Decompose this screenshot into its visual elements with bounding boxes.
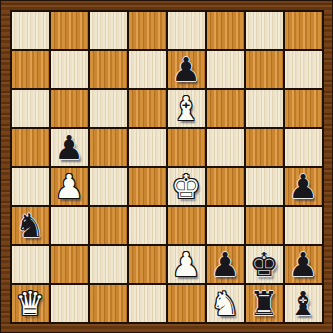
black-bishop-h1[interactable]: ♝ [288, 285, 318, 322]
square-f2[interactable]: ♟ [207, 246, 244, 283]
square-b8[interactable] [51, 12, 88, 49]
square-a2[interactable] [12, 246, 49, 283]
square-f1[interactable]: ♞ [207, 285, 244, 322]
black-pawn-f2[interactable]: ♟ [210, 246, 240, 283]
square-g5[interactable] [246, 129, 283, 166]
square-d5[interactable] [129, 129, 166, 166]
square-c1[interactable] [90, 285, 127, 322]
black-pawn-h4[interactable]: ♟ [288, 168, 318, 205]
square-g7[interactable] [246, 51, 283, 88]
square-g3[interactable] [246, 207, 283, 244]
black-king-g2[interactable]: ♚ [249, 246, 279, 283]
square-c4[interactable] [90, 168, 127, 205]
white-queen-a1[interactable]: ♛ [15, 285, 45, 322]
square-g4[interactable] [246, 168, 283, 205]
square-b5[interactable]: ♟ [51, 129, 88, 166]
square-a8[interactable] [12, 12, 49, 49]
square-e3[interactable] [168, 207, 205, 244]
square-b1[interactable] [51, 285, 88, 322]
square-h6[interactable] [285, 90, 322, 127]
square-a7[interactable] [12, 51, 49, 88]
square-c8[interactable] [90, 12, 127, 49]
square-b7[interactable] [51, 51, 88, 88]
square-a5[interactable] [12, 129, 49, 166]
square-b4[interactable]: ♟ [51, 168, 88, 205]
square-g2[interactable]: ♚ [246, 246, 283, 283]
square-c3[interactable] [90, 207, 127, 244]
square-d1[interactable] [129, 285, 166, 322]
square-d8[interactable] [129, 12, 166, 49]
square-g6[interactable] [246, 90, 283, 127]
square-e7[interactable]: ♟ [168, 51, 205, 88]
square-f6[interactable] [207, 90, 244, 127]
square-b3[interactable] [51, 207, 88, 244]
square-c2[interactable] [90, 246, 127, 283]
chess-board-frame: ♟♝♟♟♚♟♞♟♟♚♟♛♞♜♝ [0, 0, 333, 333]
square-h3[interactable] [285, 207, 322, 244]
white-king-e4[interactable]: ♚ [171, 168, 201, 205]
square-h4[interactable]: ♟ [285, 168, 322, 205]
black-pawn-h2[interactable]: ♟ [288, 246, 318, 283]
square-f4[interactable] [207, 168, 244, 205]
square-b6[interactable] [51, 90, 88, 127]
square-g1[interactable]: ♜ [246, 285, 283, 322]
square-e8[interactable] [168, 12, 205, 49]
square-d3[interactable] [129, 207, 166, 244]
square-d2[interactable] [129, 246, 166, 283]
black-pawn-e7[interactable]: ♟ [171, 51, 201, 88]
square-f7[interactable] [207, 51, 244, 88]
square-h5[interactable] [285, 129, 322, 166]
square-e6[interactable]: ♝ [168, 90, 205, 127]
square-h7[interactable] [285, 51, 322, 88]
white-pawn-e2[interactable]: ♟ [171, 246, 201, 283]
square-a1[interactable]: ♛ [12, 285, 49, 322]
square-c7[interactable] [90, 51, 127, 88]
square-c6[interactable] [90, 90, 127, 127]
square-g8[interactable] [246, 12, 283, 49]
square-b2[interactable] [51, 246, 88, 283]
square-h8[interactable] [285, 12, 322, 49]
square-e4[interactable]: ♚ [168, 168, 205, 205]
white-pawn-b4[interactable]: ♟ [54, 168, 84, 205]
square-f3[interactable] [207, 207, 244, 244]
square-h2[interactable]: ♟ [285, 246, 322, 283]
chess-board: ♟♝♟♟♚♟♞♟♟♚♟♛♞♜♝ [10, 10, 324, 324]
square-h1[interactable]: ♝ [285, 285, 322, 322]
black-knight-a3[interactable]: ♞ [15, 207, 45, 244]
white-bishop-e6[interactable]: ♝ [171, 90, 201, 127]
black-pawn-b5[interactable]: ♟ [54, 129, 84, 166]
square-e5[interactable] [168, 129, 205, 166]
square-e2[interactable]: ♟ [168, 246, 205, 283]
square-e1[interactable] [168, 285, 205, 322]
square-d7[interactable] [129, 51, 166, 88]
square-f5[interactable] [207, 129, 244, 166]
square-a3[interactable]: ♞ [12, 207, 49, 244]
square-a4[interactable] [12, 168, 49, 205]
white-knight-f1[interactable]: ♞ [210, 285, 240, 322]
square-c5[interactable] [90, 129, 127, 166]
square-f8[interactable] [207, 12, 244, 49]
black-rook-g1[interactable]: ♜ [249, 285, 279, 322]
square-d6[interactable] [129, 90, 166, 127]
square-d4[interactable] [129, 168, 166, 205]
square-a6[interactable] [12, 90, 49, 127]
